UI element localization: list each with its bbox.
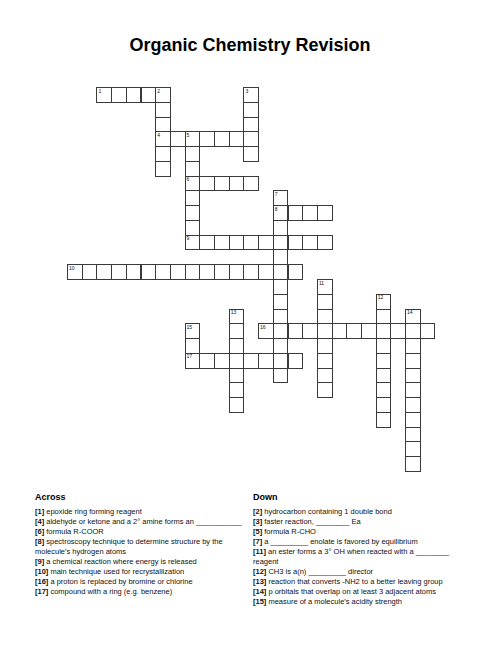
clue-item: [15] measure of a molecule's acidity str… (253, 597, 469, 607)
clue-item-number: [12] (253, 567, 266, 576)
clue-item: [2] hydrocarbon containing 1 double bond (253, 507, 469, 517)
grid-cell[interactable] (302, 235, 318, 251)
clue-number: 2 (157, 89, 160, 94)
grid-cell[interactable] (258, 353, 274, 369)
grid-cell[interactable] (273, 323, 289, 339)
grid-cell[interactable]: 11 (317, 279, 333, 295)
grid-cell[interactable] (302, 205, 318, 221)
clue-number: 17 (187, 354, 193, 359)
clue-item-text: formula R-CHO (262, 527, 316, 536)
grid-cell[interactable]: 5 (185, 131, 201, 147)
clue-number: 9 (187, 236, 190, 241)
clue-number: 3 (245, 89, 248, 94)
grid-cell[interactable] (214, 235, 230, 251)
across-header: Across (35, 492, 248, 503)
grid-cell[interactable] (229, 131, 245, 147)
grid-cell[interactable] (420, 323, 436, 339)
grid-cell[interactable] (405, 368, 421, 384)
across-clues-list: [1] epoxide ring forming reagent[4] alde… (35, 507, 248, 597)
grid-cell[interactable] (185, 161, 201, 177)
grid-cell[interactable] (126, 87, 142, 103)
clue-item-number: [10] (35, 567, 48, 576)
clue-item-text: reaction that converts -NH2 to a better … (266, 577, 442, 586)
clue-item-text: faster reaction, ________ Ea (262, 517, 360, 526)
clue-item: [13] reaction that converts -NH2 to a be… (253, 577, 469, 587)
clue-item-number: [8] (35, 537, 44, 546)
grid-cell[interactable] (376, 397, 392, 413)
clue-number: 10 (69, 266, 75, 271)
clue-item: [7] a _________ enolate is favored by eq… (253, 537, 469, 547)
grid-cell[interactable]: 16 (258, 323, 274, 339)
grid-cell[interactable] (346, 323, 362, 339)
worksheet-page: { "title": "Organic Chemistry Revision",… (0, 0, 500, 647)
grid-cell[interactable] (273, 220, 289, 236)
grid-cell[interactable] (376, 323, 392, 339)
grid-cell[interactable] (185, 338, 201, 354)
grid-cell[interactable] (302, 323, 318, 339)
grid-cell[interactable] (376, 382, 392, 398)
clue-item-text: CH3 is a(n) _________ director (266, 567, 373, 576)
grid-cell[interactable] (155, 146, 171, 162)
grid-cell[interactable] (288, 353, 304, 369)
clue-item-number: [1] (35, 507, 44, 516)
clue-number: 5 (187, 133, 190, 138)
clue-item-number: [4] (35, 517, 44, 526)
grid-cell[interactable] (376, 353, 392, 369)
grid-cell[interactable] (317, 338, 333, 354)
grid-cell[interactable]: 9 (185, 235, 201, 251)
grid-cell[interactable] (405, 323, 421, 339)
grid-cell[interactable] (229, 338, 245, 354)
clue-item-text: hydrocarbon containing 1 double bond (262, 507, 392, 516)
grid-cell[interactable] (405, 353, 421, 369)
clue-item: [9] a chemical reaction where energy is … (35, 557, 248, 567)
grid-cell[interactable]: 7 (273, 190, 289, 206)
grid-cell[interactable] (317, 353, 333, 369)
grid-cell[interactable]: 15 (185, 323, 201, 339)
clue-number: 11 (319, 281, 324, 286)
grid-cell[interactable] (229, 397, 245, 413)
grid-cell[interactable]: 8 (273, 205, 289, 221)
grid-cell[interactable] (229, 353, 245, 369)
grid-cell[interactable]: 1 (96, 87, 112, 103)
clue-item-number: [9] (35, 557, 44, 566)
clue-number: 4 (157, 133, 160, 138)
clue-item-text: measure of a molecule's acidity strength (266, 597, 402, 606)
grid-cell[interactable] (376, 309, 392, 325)
clue-number: 13 (231, 310, 237, 315)
grid-cell[interactable] (185, 264, 201, 280)
grid-cell[interactable] (273, 264, 289, 280)
grid-cell[interactable] (258, 264, 274, 280)
grid-cell[interactable] (288, 235, 304, 251)
clue-item-number: [17] (35, 587, 48, 596)
clue-item-number: [3] (253, 517, 262, 526)
grid-cell[interactable] (170, 131, 186, 147)
grid-cell[interactable] (317, 294, 333, 310)
clue-item-number: [13] (253, 577, 266, 586)
clue-number: 16 (260, 325, 266, 330)
grid-cell[interactable] (96, 264, 112, 280)
grid-cell[interactable] (317, 323, 333, 339)
grid-cell[interactable] (273, 249, 289, 265)
grid-cell[interactable] (273, 235, 289, 251)
grid-cell[interactable] (185, 190, 201, 206)
grid-cell[interactable] (155, 102, 171, 118)
clue-item-text: a chemical reaction where energy is rele… (44, 557, 197, 566)
clue-item-number: [14] (253, 587, 266, 596)
grid-cell[interactable] (376, 368, 392, 384)
grid-cell[interactable] (317, 205, 333, 221)
clue-item-text: a proton is replaced by bromine or chlor… (48, 577, 192, 586)
grid-cell[interactable] (273, 294, 289, 310)
clue-item: [10] main technique used for recrystalli… (35, 567, 248, 577)
grid-cell[interactable]: 3 (243, 87, 259, 103)
grid-cell[interactable]: 4 (155, 131, 171, 147)
grid-cell[interactable] (141, 264, 157, 280)
clue-number: 7 (275, 192, 278, 197)
grid-cell[interactable] (243, 146, 259, 162)
grid-cell[interactable]: 6 (185, 176, 201, 192)
clue-item-text: formula R-COOR (44, 527, 104, 536)
grid-cell[interactable] (229, 382, 245, 398)
clue-number: 12 (378, 295, 384, 300)
clue-number: 14 (407, 310, 413, 315)
clue-item-text: spectroscopy technique to determine stru… (35, 537, 223, 556)
grid-cell[interactable] (214, 264, 230, 280)
grid-cell[interactable] (155, 161, 171, 177)
grid-cell[interactable] (273, 309, 289, 325)
grid-cell[interactable]: 2 (155, 87, 171, 103)
across-clues-column: Across [1] epoxide ring forming reagent[… (35, 492, 248, 597)
grid-cell[interactable] (229, 368, 245, 384)
grid-cell[interactable] (273, 338, 289, 354)
grid-cell[interactable] (199, 235, 215, 251)
grid-cell[interactable] (229, 235, 245, 251)
grid-cell[interactable] (243, 235, 259, 251)
grid-cell[interactable] (199, 353, 215, 369)
grid-cell[interactable] (405, 338, 421, 354)
grid-cell[interactable] (273, 368, 289, 384)
clue-item-number: [6] (35, 527, 44, 536)
page-title: Organic Chemistry Revision (0, 35, 500, 56)
clue-item-text: compound with a ring (e.g. benzene) (48, 587, 172, 596)
clue-item: [17] compound with a ring (e.g. benzene) (35, 587, 248, 597)
clue-item: [12] CH3 is a(n) _________ director (253, 567, 469, 577)
clue-item: [4] aldehyde or ketone and a 2° amine fo… (35, 517, 248, 527)
grid-cell[interactable] (243, 102, 259, 118)
grid-cell[interactable] (214, 131, 230, 147)
grid-cell[interactable] (405, 427, 421, 443)
clue-item-number: [11] (253, 547, 266, 556)
grid-cell[interactable] (288, 205, 304, 221)
grid-cell[interactable] (229, 264, 245, 280)
grid-cell[interactable] (126, 264, 142, 280)
grid-cell[interactable]: 14 (405, 309, 421, 325)
clue-item: [14] p orbitals that overlap on at least… (253, 587, 469, 597)
grid-cell[interactable] (155, 117, 171, 133)
grid-cell[interactable] (199, 131, 215, 147)
clue-number: 6 (187, 177, 190, 182)
grid-cell[interactable] (405, 382, 421, 398)
clue-item: [1] epoxide ring forming reagent (35, 507, 248, 517)
clue-item-text: aldehyde or ketone and a 2° amine forms … (44, 517, 242, 526)
clue-item-text: epoxide ring forming reagent (44, 507, 142, 516)
clue-item-text: main technique used for recrystallizatio… (48, 567, 184, 576)
grid-cell[interactable] (199, 264, 215, 280)
clue-item: [3] faster reaction, ________ Ea (253, 517, 469, 527)
grid-cell[interactable] (185, 205, 201, 221)
clue-number: 15 (187, 325, 193, 330)
grid-cell[interactable] (258, 235, 274, 251)
down-header: Down (253, 492, 469, 503)
grid-cell[interactable] (82, 264, 98, 280)
grid-cell[interactable]: 12 (376, 294, 392, 310)
grid-cell[interactable] (243, 131, 259, 147)
grid-cell[interactable] (390, 323, 406, 339)
grid-cell[interactable]: 17 (185, 353, 201, 369)
grid-cell[interactable] (288, 323, 304, 339)
grid-cell[interactable] (361, 323, 377, 339)
crossword-grid: 1245689101617371112131415 (67, 87, 436, 472)
clue-item: [6] formula R-COOR (35, 527, 248, 537)
grid-cell[interactable] (243, 117, 259, 133)
grid-cell[interactable]: 13 (229, 309, 245, 325)
clue-item-text: a _________ enolate is favored by equili… (262, 537, 418, 546)
clue-item-text: p orbitals that overlap on at least 3 ad… (266, 587, 436, 596)
clue-number: 1 (98, 89, 101, 94)
grid-cell[interactable]: 10 (67, 264, 83, 280)
grid-cell[interactable] (317, 368, 333, 384)
grid-cell[interactable] (376, 338, 392, 354)
grid-cell[interactable] (214, 176, 230, 192)
grid-cell[interactable] (229, 323, 245, 339)
grid-cell[interactable] (405, 441, 421, 457)
clue-number: 8 (275, 207, 278, 212)
grid-cell[interactable] (273, 279, 289, 295)
grid-cell[interactable] (405, 397, 421, 413)
clue-item: [16] a proton is replaced by bromine or … (35, 577, 248, 587)
grid-cell[interactable] (243, 176, 259, 192)
grid-cell[interactable] (332, 323, 348, 339)
clue-item-number: [16] (35, 577, 48, 586)
grid-cell[interactable] (229, 176, 245, 192)
grid-cell[interactable] (243, 264, 259, 280)
grid-cell[interactable] (214, 353, 230, 369)
grid-cell[interactable] (273, 353, 289, 369)
grid-cell[interactable] (199, 176, 215, 192)
grid-cell[interactable] (185, 220, 201, 236)
down-clues-column: Down [2] hydrocarbon containing 1 double… (253, 492, 469, 607)
clue-item-text: an ester forms a 3° OH when reacted with… (253, 547, 449, 566)
grid-cell[interactable] (185, 146, 201, 162)
clue-item: [11] an ester forms a 3° OH when reacted… (253, 547, 469, 567)
grid-cell[interactable] (405, 456, 421, 472)
grid-cell[interactable] (111, 87, 127, 103)
grid-cell[interactable] (243, 353, 259, 369)
clue-item-number: [2] (253, 507, 262, 516)
grid-cell[interactable] (170, 264, 186, 280)
grid-cell[interactable] (376, 412, 392, 428)
grid-cell[interactable] (405, 412, 421, 428)
grid-cell[interactable] (111, 264, 127, 280)
grid-cell[interactable] (317, 382, 333, 398)
clue-item-number: [7] (253, 537, 262, 546)
grid-cell[interactable] (317, 309, 333, 325)
clue-item-number: [15] (253, 597, 266, 606)
grid-cell[interactable] (155, 264, 171, 280)
clue-item: [5] formula R-CHO (253, 527, 469, 537)
down-clues-list: [2] hydrocarbon containing 1 double bond… (253, 507, 469, 607)
clue-item-number: [5] (253, 527, 262, 536)
grid-cell[interactable] (141, 87, 157, 103)
grid-cell[interactable] (288, 264, 304, 280)
clue-item: [8] spectroscopy technique to determine … (35, 537, 248, 557)
grid-cell[interactable] (317, 235, 333, 251)
